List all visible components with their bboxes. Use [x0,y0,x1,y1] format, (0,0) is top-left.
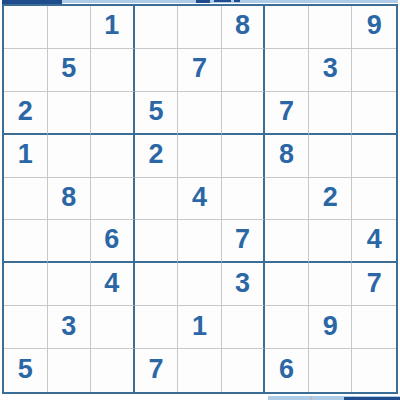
cell-r2c7[interactable] [265,49,309,92]
cell-r4c7[interactable]: 8 [265,135,309,178]
cell-r5c6[interactable] [222,178,266,221]
cell-r2c2[interactable]: 5 [48,49,92,92]
cell-r1c9[interactable]: 9 [352,6,396,49]
cell-r5c1[interactable] [4,178,48,221]
cell-r8c9[interactable] [352,306,396,349]
cell-r3c1[interactable]: 2 [4,92,48,135]
given-digit: 3 [61,313,76,340]
cell-r4c8[interactable] [309,135,353,178]
cell-r8c2[interactable]: 3 [48,306,92,349]
cell-r3c7[interactable]: 7 [265,92,309,135]
given-digit: 9 [367,12,382,39]
given-digit: 4 [104,270,119,297]
cell-r4c5[interactable] [178,135,222,178]
given-digit: 4 [192,184,207,211]
cell-r5c9[interactable] [352,178,396,221]
cell-r6c6[interactable]: 7 [222,220,266,263]
cell-r7c1[interactable] [4,263,48,306]
given-digit: 2 [148,141,163,168]
cell-r3c3[interactable] [91,92,135,135]
cell-r6c9[interactable]: 4 [352,220,396,263]
cell-r5c3[interactable] [91,178,135,221]
given-digit: 7 [367,270,382,297]
cell-r2c8[interactable]: 3 [309,49,353,92]
cell-r4c6[interactable] [222,135,266,178]
cell-r6c1[interactable] [4,220,48,263]
given-digit: 7 [235,226,250,253]
cell-r5c5[interactable]: 4 [178,178,222,221]
cell-r1c3[interactable]: 1 [91,6,135,49]
cell-r7c7[interactable] [265,263,309,306]
given-digit: 2 [323,184,338,211]
cell-r9c1[interactable]: 5 [4,349,48,392]
cell-r4c9[interactable] [352,135,396,178]
cell-r4c1[interactable]: 1 [4,135,48,178]
given-digit: 5 [61,55,76,82]
cell-r6c2[interactable] [48,220,92,263]
given-digit: 8 [235,12,250,39]
given-digit: 7 [148,356,163,383]
cell-r8c8[interactable]: 9 [309,306,353,349]
cell-r9c8[interactable] [309,349,353,392]
cell-r5c7[interactable] [265,178,309,221]
cell-r2c9[interactable] [352,49,396,92]
cell-r3c4[interactable]: 5 [135,92,179,135]
cell-r3c5[interactable] [178,92,222,135]
cell-r9c9[interactable] [352,349,396,392]
cell-r6c4[interactable] [135,220,179,263]
given-digit: 9 [323,313,338,340]
given-digit: 8 [279,141,294,168]
top-chrome-fragment [214,0,231,2]
given-digit: 8 [61,184,76,211]
cell-r5c2[interactable]: 8 [48,178,92,221]
cell-r7c9[interactable]: 7 [352,263,396,306]
given-digit: 5 [18,356,33,383]
top-chrome-fragment [196,0,210,3]
sudoku-app: 189573257128842674437319576 [0,0,400,400]
cell-r6c7[interactable] [265,220,309,263]
given-digit: 6 [279,356,294,383]
cell-r7c3[interactable]: 4 [91,263,135,306]
sudoku-board: 189573257128842674437319576 [2,4,398,394]
cell-r8c3[interactable] [91,306,135,349]
cell-r3c9[interactable] [352,92,396,135]
cell-r9c3[interactable] [91,349,135,392]
cell-r1c5[interactable] [178,6,222,49]
cell-r6c8[interactable] [309,220,353,263]
given-digit: 5 [148,98,163,125]
given-digit: 7 [192,55,207,82]
given-digit: 6 [104,226,119,253]
cell-r8c6[interactable] [222,306,266,349]
cell-r7c5[interactable] [178,263,222,306]
cell-r8c4[interactable] [135,306,179,349]
cell-r1c2[interactable] [48,6,92,49]
cell-r3c2[interactable] [48,92,92,135]
cell-r8c5[interactable]: 1 [178,306,222,349]
cell-r9c4[interactable]: 7 [135,349,179,392]
cell-r1c6[interactable]: 8 [222,6,266,49]
cell-r2c6[interactable] [222,49,266,92]
cell-r2c3[interactable] [91,49,135,92]
given-digit: 3 [323,55,338,82]
cell-r4c4[interactable]: 2 [135,135,179,178]
given-digit: 1 [18,141,33,168]
cell-r2c4[interactable] [135,49,179,92]
cell-r2c5[interactable]: 7 [178,49,222,92]
given-digit: 2 [18,98,33,125]
given-digit: 4 [367,226,382,253]
cell-r6c3[interactable]: 6 [91,220,135,263]
cell-r4c2[interactable] [48,135,92,178]
cell-r1c4[interactable] [135,6,179,49]
cell-r1c1[interactable] [4,6,48,49]
cell-r9c6[interactable] [222,349,266,392]
cell-r1c7[interactable] [265,6,309,49]
given-digit: 3 [235,270,250,297]
bottom-chrome-divider [310,396,312,400]
cell-r1c8[interactable] [309,6,353,49]
top-chrome-fragment [234,0,240,2]
cell-r5c8[interactable]: 2 [309,178,353,221]
given-digit: 7 [279,98,294,125]
given-digit: 1 [104,12,119,39]
cell-r3c8[interactable] [309,92,353,135]
cell-r8c7[interactable] [265,306,309,349]
cell-r2c1[interactable] [4,49,48,92]
cell-r9c2[interactable] [48,349,92,392]
cell-r7c6[interactable]: 3 [222,263,266,306]
cell-r7c4[interactable] [135,263,179,306]
cell-r5c4[interactable] [135,178,179,221]
given-digit: 1 [192,313,207,340]
cell-r9c7[interactable]: 6 [265,349,309,392]
cell-r4c3[interactable] [91,135,135,178]
cell-r7c2[interactable] [48,263,92,306]
cell-r9c5[interactable] [178,349,222,392]
cell-r6c5[interactable] [178,220,222,263]
cell-r8c1[interactable] [4,306,48,349]
cell-r7c8[interactable] [309,263,353,306]
cell-r3c6[interactable] [222,92,266,135]
